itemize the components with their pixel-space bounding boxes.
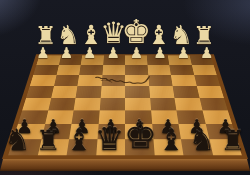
board-square [146,55,169,64]
board-square [98,110,125,124]
board-square [168,55,192,64]
white-queen: ♛ [100,18,126,48]
board-square [101,75,125,86]
photo-scene: ♜♞♝♛♚♝♞♜♟♟♟♟♟♟♟♟♟♟♟♟♟♟♟♟♞♜♝♛♚♝♞♜ [0,0,250,175]
board-square [125,86,150,98]
board-square [202,110,232,124]
white-king: ♚ [121,15,151,48]
board-square [194,75,220,86]
board-square [149,86,175,98]
board-square [179,124,209,139]
board-square [33,65,58,75]
board-square [8,139,41,155]
board-square [151,110,179,124]
board-square [199,98,228,111]
board-square [18,110,48,124]
board-square [69,124,98,139]
board-square [48,98,76,111]
board-square [205,124,236,139]
board-square [54,75,79,86]
board-square [148,75,173,86]
board-square [171,75,196,86]
board-square [30,75,56,86]
board-square [59,55,83,64]
board-square [150,98,177,111]
board-square [152,124,181,139]
white-bishop: ♝ [79,21,103,47]
board-square [96,139,125,155]
board-square [41,124,71,139]
board-square [125,55,147,64]
board-square [125,139,154,155]
board-square [189,55,213,64]
white-knight: ♞ [170,21,194,47]
board-square [174,98,202,111]
board-square [209,139,242,155]
board-square [37,139,69,155]
board-square [191,65,216,75]
board-square [45,110,74,124]
board-square [176,110,205,124]
board-square [125,65,148,75]
board-square [153,139,183,155]
white-bishop: ♝ [147,21,171,47]
white-rook: ♜ [193,23,215,48]
board-square [125,98,151,111]
board-square [79,65,103,75]
board-square [36,55,60,64]
board-square [100,86,125,98]
board-square [74,98,101,111]
board-square [147,65,171,75]
board-square [169,65,194,75]
board-square [125,110,152,124]
board-square [173,86,200,98]
board-square [81,55,104,64]
board-square [71,110,99,124]
board-square [181,139,213,155]
board-square [26,86,53,98]
board-square [67,139,97,155]
white-knight: ♞ [57,21,81,47]
board-square [22,98,51,111]
board-square [13,124,44,139]
board-square [102,65,125,75]
board-square [99,98,125,111]
board-square [103,55,125,64]
board-square [196,86,223,98]
board-square [76,86,102,98]
board-square [125,124,153,139]
white-rook: ♜ [35,23,57,48]
board-square [97,124,125,139]
board-square [56,65,81,75]
board-square [125,75,149,86]
chess-board [2,54,248,159]
board-square [51,86,78,98]
board-square [77,75,102,86]
